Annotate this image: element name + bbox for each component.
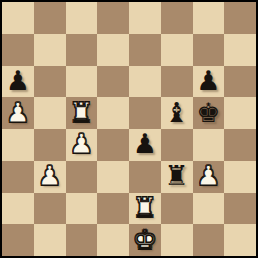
square-g7[interactable] bbox=[193, 34, 225, 66]
square-h1[interactable] bbox=[224, 224, 256, 256]
piece-white-pawn[interactable]: ♟ bbox=[38, 162, 62, 189]
square-g3[interactable]: ♟ bbox=[193, 161, 225, 193]
square-d7[interactable] bbox=[97, 34, 129, 66]
square-d3[interactable] bbox=[97, 161, 129, 193]
square-f8[interactable] bbox=[161, 2, 193, 34]
square-f5[interactable]: ♝ bbox=[161, 97, 193, 129]
square-d8[interactable] bbox=[97, 2, 129, 34]
square-g2[interactable] bbox=[193, 193, 225, 225]
square-g5[interactable]: ♚ bbox=[193, 97, 225, 129]
square-b8[interactable] bbox=[34, 2, 66, 34]
piece-black-pawn[interactable]: ♟ bbox=[196, 67, 220, 94]
square-h7[interactable] bbox=[224, 34, 256, 66]
square-h6[interactable] bbox=[224, 66, 256, 98]
square-d1[interactable] bbox=[97, 224, 129, 256]
square-f4[interactable] bbox=[161, 129, 193, 161]
square-d4[interactable] bbox=[97, 129, 129, 161]
square-c8[interactable] bbox=[66, 2, 98, 34]
piece-black-pawn[interactable]: ♟ bbox=[133, 130, 157, 157]
square-b3[interactable]: ♟ bbox=[34, 161, 66, 193]
piece-white-king[interactable]: ♚ bbox=[133, 226, 157, 253]
square-e5[interactable] bbox=[129, 97, 161, 129]
square-a1[interactable] bbox=[2, 224, 34, 256]
square-e7[interactable] bbox=[129, 34, 161, 66]
square-b1[interactable] bbox=[34, 224, 66, 256]
square-d6[interactable] bbox=[97, 66, 129, 98]
square-e4[interactable]: ♟ bbox=[129, 129, 161, 161]
square-c4[interactable]: ♟ bbox=[66, 129, 98, 161]
piece-white-pawn[interactable]: ♟ bbox=[69, 130, 93, 157]
square-b6[interactable] bbox=[34, 66, 66, 98]
square-d2[interactable] bbox=[97, 193, 129, 225]
square-a3[interactable] bbox=[2, 161, 34, 193]
square-c5[interactable]: ♜ bbox=[66, 97, 98, 129]
square-f7[interactable] bbox=[161, 34, 193, 66]
square-g4[interactable] bbox=[193, 129, 225, 161]
square-c3[interactable] bbox=[66, 161, 98, 193]
square-e1[interactable]: ♚ bbox=[129, 224, 161, 256]
square-g6[interactable]: ♟ bbox=[193, 66, 225, 98]
square-e8[interactable] bbox=[129, 2, 161, 34]
square-c2[interactable] bbox=[66, 193, 98, 225]
piece-black-king[interactable]: ♚ bbox=[196, 99, 220, 126]
square-h3[interactable] bbox=[224, 161, 256, 193]
square-h5[interactable] bbox=[224, 97, 256, 129]
square-h4[interactable] bbox=[224, 129, 256, 161]
piece-white-pawn[interactable]: ♟ bbox=[6, 99, 30, 126]
piece-black-bishop[interactable]: ♝ bbox=[165, 99, 189, 126]
piece-black-pawn[interactable]: ♟ bbox=[6, 67, 30, 94]
square-a8[interactable] bbox=[2, 2, 34, 34]
square-a5[interactable]: ♟ bbox=[2, 97, 34, 129]
piece-white-rook[interactable]: ♜ bbox=[133, 194, 157, 221]
square-a2[interactable] bbox=[2, 193, 34, 225]
square-b4[interactable] bbox=[34, 129, 66, 161]
piece-white-rook[interactable]: ♜ bbox=[69, 99, 93, 126]
chess-board-frame: ♟♟♟♜♝♚♟♟♟♜♟♜♚ bbox=[0, 0, 258, 258]
square-f1[interactable] bbox=[161, 224, 193, 256]
piece-white-pawn[interactable]: ♟ bbox=[196, 162, 220, 189]
square-f6[interactable] bbox=[161, 66, 193, 98]
square-h2[interactable] bbox=[224, 193, 256, 225]
piece-black-rook[interactable]: ♜ bbox=[165, 162, 189, 189]
square-a7[interactable] bbox=[2, 34, 34, 66]
square-e2[interactable]: ♜ bbox=[129, 193, 161, 225]
square-a6[interactable]: ♟ bbox=[2, 66, 34, 98]
square-b2[interactable] bbox=[34, 193, 66, 225]
square-c7[interactable] bbox=[66, 34, 98, 66]
square-g8[interactable] bbox=[193, 2, 225, 34]
square-g1[interactable] bbox=[193, 224, 225, 256]
square-b7[interactable] bbox=[34, 34, 66, 66]
square-a4[interactable] bbox=[2, 129, 34, 161]
square-b5[interactable] bbox=[34, 97, 66, 129]
square-f3[interactable]: ♜ bbox=[161, 161, 193, 193]
square-e3[interactable] bbox=[129, 161, 161, 193]
square-h8[interactable] bbox=[224, 2, 256, 34]
square-c6[interactable] bbox=[66, 66, 98, 98]
square-f2[interactable] bbox=[161, 193, 193, 225]
chess-board: ♟♟♟♜♝♚♟♟♟♜♟♜♚ bbox=[2, 2, 256, 256]
square-e6[interactable] bbox=[129, 66, 161, 98]
square-d5[interactable] bbox=[97, 97, 129, 129]
square-c1[interactable] bbox=[66, 224, 98, 256]
